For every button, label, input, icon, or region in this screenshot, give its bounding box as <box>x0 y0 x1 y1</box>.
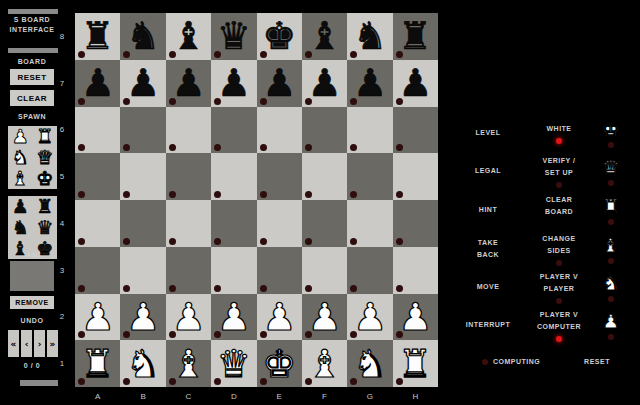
sensor-dot <box>305 238 312 245</box>
file-label-a: A <box>75 390 120 402</box>
panel-piece-button-rook[interactable]: ♜ <box>592 189 630 231</box>
sensor-dot <box>396 98 403 105</box>
square-e7[interactable]: ♟ <box>257 60 302 107</box>
square-a8[interactable]: ♜ <box>75 13 120 60</box>
piece-white-bishop[interactable]: ♝ <box>171 345 205 383</box>
sensor-dot <box>78 98 85 105</box>
piece-white-king[interactable]: ♚ <box>602 119 620 139</box>
file-label-b: B <box>120 390 165 402</box>
spawn-white-pawn[interactable]: ♟ <box>8 126 33 147</box>
sensor-dot <box>78 191 85 198</box>
panel-label-hint: HINT <box>450 189 526 231</box>
sensor-dot <box>396 331 403 338</box>
computing-indicator: COMPUTING <box>482 358 540 365</box>
piece-white-queen[interactable]: ♛ <box>36 148 53 167</box>
piece-black-knight[interactable]: ♞ <box>12 218 29 237</box>
square-d4[interactable] <box>211 200 256 247</box>
sensor-dot <box>260 378 267 385</box>
piece-black-pawn[interactable]: ♟ <box>171 64 205 102</box>
square-g4[interactable] <box>347 200 392 247</box>
square-b5[interactable] <box>120 153 165 200</box>
square-f6[interactable] <box>302 107 347 154</box>
piece-white-rook[interactable]: ♜ <box>398 345 432 383</box>
remove-button[interactable]: REMOVE <box>10 296 54 309</box>
rank-label-4: 4 <box>54 200 70 247</box>
piece-black-rook[interactable]: ♜ <box>36 197 53 216</box>
piece-white-king[interactable]: ♚ <box>262 345 296 383</box>
square-b4[interactable] <box>120 200 165 247</box>
rank-label-7: 7 <box>54 60 70 107</box>
piece-black-bishop[interactable]: ♝ <box>171 17 205 55</box>
square-f2[interactable]: ♟ <box>302 294 347 341</box>
square-h1[interactable]: ♜ <box>393 340 438 387</box>
sidebar-title-line1: S BOARD <box>6 16 58 23</box>
piece-black-rook[interactable]: ♜ <box>81 17 115 55</box>
sensor-dot <box>350 144 357 151</box>
piece-led <box>608 258 614 264</box>
spawn-white-bishop[interactable]: ♝ <box>8 168 33 189</box>
sensor-dot <box>169 51 176 58</box>
piece-black-pawn[interactable]: ♟ <box>353 64 387 102</box>
square-e5[interactable] <box>257 153 302 200</box>
sensor-dot <box>169 238 176 245</box>
sensor-dot <box>350 191 357 198</box>
square-f8[interactable]: ♝ <box>302 13 347 60</box>
piece-black-king[interactable]: ♚ <box>36 239 53 258</box>
sensor-dot <box>396 191 403 198</box>
square-c7[interactable]: ♟ <box>166 60 211 107</box>
panel-function-verify-set-up[interactable]: VERIFY /SET UP <box>526 150 592 192</box>
piece-black-pawn[interactable]: ♟ <box>126 64 160 102</box>
divider-bar-top <box>8 9 58 14</box>
panel-label-take-back: TAKEBACK <box>450 228 526 270</box>
square-d7[interactable]: ♟ <box>211 60 256 107</box>
piece-white-pawn[interactable]: ♟ <box>308 298 342 336</box>
panel-piece-button-pawn[interactable]: ♟ <box>592 304 630 346</box>
undo-first-button[interactable]: « <box>8 330 19 357</box>
square-a3[interactable] <box>75 247 120 294</box>
piece-black-king[interactable]: ♚ <box>262 17 296 55</box>
square-g6[interactable] <box>347 107 392 154</box>
piece-black-knight[interactable]: ♞ <box>353 17 387 55</box>
panel-piece-button-bishop[interactable]: ♝ <box>592 228 630 270</box>
piece-white-king[interactable]: ♚ <box>36 169 53 188</box>
piece-black-pawn[interactable]: ♟ <box>12 197 29 216</box>
rank-label-3: 3 <box>54 247 70 294</box>
panel-row-level: LEVELWHITE♚ <box>450 112 630 154</box>
spawn-black-tray: ♟♜♞♛♝♚ <box>8 196 57 259</box>
sensor-dot <box>305 51 312 58</box>
sensor-dot <box>169 144 176 151</box>
sensor-dot <box>396 238 403 245</box>
panel-piece-button-knight[interactable]: ♞ <box>592 266 630 308</box>
panel-reset-button[interactable]: RESET <box>574 358 620 365</box>
square-g5[interactable] <box>347 153 392 200</box>
undo-counter: 0 / 0 <box>6 362 58 369</box>
piece-black-pawn[interactable]: ♟ <box>262 64 296 102</box>
square-d6[interactable] <box>211 107 256 154</box>
square-a5[interactable] <box>75 153 120 200</box>
sensor-dot <box>123 191 130 198</box>
piece-led <box>608 296 614 302</box>
piece-white-rook[interactable]: ♜ <box>36 127 53 146</box>
sensor-dot <box>350 238 357 245</box>
square-a4[interactable] <box>75 200 120 247</box>
square-e6[interactable] <box>257 107 302 154</box>
rank-label-6: 6 <box>54 107 70 154</box>
square-d5[interactable] <box>211 153 256 200</box>
sensor-dot <box>214 144 221 151</box>
panel-row-move: MOVEPLAYER VPLAYER♞ <box>450 266 630 308</box>
piece-white-pawn[interactable]: ♟ <box>12 127 29 146</box>
board-clear-button[interactable]: CLEAR <box>10 90 54 106</box>
function-led <box>556 138 562 144</box>
sensor-dot <box>396 144 403 151</box>
sensor-dot <box>214 191 221 198</box>
square-e4[interactable] <box>257 200 302 247</box>
sensor-dot <box>169 98 176 105</box>
undo-back-button[interactable]: ‹ <box>21 330 32 357</box>
panel-function-white[interactable]: WHITE <box>526 112 592 154</box>
sensor-dot <box>214 285 221 292</box>
piece-black-pawn[interactable]: ♟ <box>217 64 251 102</box>
piece-black-pawn[interactable]: ♟ <box>308 64 342 102</box>
square-g3[interactable] <box>347 247 392 294</box>
undo-section-label: UNDO <box>6 317 58 324</box>
piece-white-bishop[interactable]: ♝ <box>602 235 620 255</box>
square-a2[interactable]: ♟ <box>75 294 120 341</box>
file-label-c: C <box>166 390 211 402</box>
piece-black-pawn[interactable]: ♟ <box>81 64 115 102</box>
piece-white-bishop[interactable]: ♝ <box>308 345 342 383</box>
panel-function-player-v-computer[interactable]: PLAYER VCOMPUTER <box>526 304 592 346</box>
piece-white-pawn[interactable]: ♟ <box>217 298 251 336</box>
square-b2[interactable]: ♟ <box>120 294 165 341</box>
square-b8[interactable]: ♞ <box>120 13 165 60</box>
square-e1[interactable]: ♚ <box>257 340 302 387</box>
square-h5[interactable] <box>393 153 438 200</box>
function-led <box>556 260 562 266</box>
sensor-dot <box>123 285 130 292</box>
square-b6[interactable] <box>120 107 165 154</box>
piece-led <box>608 142 614 148</box>
sensor-dot <box>169 331 176 338</box>
spawn-white-knight[interactable]: ♞ <box>8 147 33 168</box>
square-f5[interactable] <box>302 153 347 200</box>
square-c8[interactable]: ♝ <box>166 13 211 60</box>
computing-led <box>482 359 488 365</box>
square-d3[interactable] <box>211 247 256 294</box>
piece-white-pawn[interactable]: ♟ <box>353 298 387 336</box>
sensor-dot <box>260 331 267 338</box>
rank-label-5: 5 <box>54 153 70 200</box>
sensor-dot <box>350 51 357 58</box>
hand-box[interactable] <box>10 261 54 291</box>
piece-white-pawn[interactable]: ♟ <box>262 298 296 336</box>
file-labels: ABCDEFGH <box>75 390 438 402</box>
sidebar-title-line2: INTERFACE <box>6 26 58 33</box>
sensor-dot <box>78 238 85 245</box>
square-f1[interactable]: ♝ <box>302 340 347 387</box>
sensor-dot <box>260 98 267 105</box>
computing-label: COMPUTING <box>493 358 540 365</box>
square-h3[interactable] <box>393 247 438 294</box>
square-h7[interactable]: ♟ <box>393 60 438 107</box>
spawn-section-label: SPAWN <box>6 113 58 120</box>
square-c4[interactable] <box>166 200 211 247</box>
panel-function-player-v-player[interactable]: PLAYER VPLAYER <box>526 266 592 308</box>
undo-forward-button[interactable]: › <box>34 330 45 357</box>
sensor-dot <box>396 51 403 58</box>
chess-computer-ui: S BOARD INTERFACE BOARD RESET CLEAR SPAW… <box>0 0 640 405</box>
piece-white-pawn[interactable]: ♟ <box>171 298 205 336</box>
sensor-dot <box>305 285 312 292</box>
sensor-dot <box>78 51 85 58</box>
piece-white-bishop[interactable]: ♝ <box>12 169 29 188</box>
square-a7[interactable]: ♟ <box>75 60 120 107</box>
sensor-dot <box>260 285 267 292</box>
piece-white-knight[interactable]: ♞ <box>12 148 29 167</box>
square-d1[interactable]: ♛ <box>211 340 256 387</box>
divider-bar-title <box>8 48 58 53</box>
square-a1[interactable]: ♜ <box>75 340 120 387</box>
square-g8[interactable]: ♞ <box>347 13 392 60</box>
piece-white-knight[interactable]: ♞ <box>353 345 387 383</box>
square-c6[interactable] <box>166 107 211 154</box>
panel-piece-button-queen[interactable]: ♛ <box>592 150 630 192</box>
panel-row-legal: LEGALVERIFY /SET UP♛ <box>450 150 630 192</box>
piece-white-rook[interactable]: ♜ <box>81 345 115 383</box>
board-reset-button[interactable]: RESET <box>10 69 54 85</box>
sensor-dot <box>169 191 176 198</box>
piece-black-pawn[interactable]: ♟ <box>398 64 432 102</box>
panel-label-move: MOVE <box>450 266 526 308</box>
rank-label-8: 8 <box>54 13 70 60</box>
square-e3[interactable] <box>257 247 302 294</box>
file-label-d: D <box>211 390 256 402</box>
sensor-dot <box>78 285 85 292</box>
piece-black-bishop[interactable]: ♝ <box>308 17 342 55</box>
square-g2[interactable]: ♟ <box>347 294 392 341</box>
sensor-dot <box>350 98 357 105</box>
square-c2[interactable]: ♟ <box>166 294 211 341</box>
board-section-label: BOARD <box>6 58 58 65</box>
piece-white-pawn[interactable]: ♟ <box>81 298 115 336</box>
piece-black-queen[interactable]: ♛ <box>36 218 53 237</box>
square-g1[interactable]: ♞ <box>347 340 392 387</box>
sensor-dot <box>169 378 176 385</box>
function-led <box>556 182 562 188</box>
rank-label-2: 2 <box>54 294 70 341</box>
square-e2[interactable]: ♟ <box>257 294 302 341</box>
file-label-h: H <box>393 390 438 402</box>
piece-led <box>608 334 614 340</box>
sensor-dot <box>396 378 403 385</box>
square-h2[interactable]: ♟ <box>393 294 438 341</box>
square-e8[interactable]: ♚ <box>257 13 302 60</box>
square-f3[interactable] <box>302 247 347 294</box>
piece-white-pawn[interactable]: ♟ <box>602 311 620 331</box>
panel-label-interrupt: INTERRUPT <box>450 304 526 346</box>
square-h6[interactable] <box>393 107 438 154</box>
square-b3[interactable] <box>120 247 165 294</box>
function-led <box>556 298 562 304</box>
piece-led <box>608 180 614 186</box>
panel-label-legal: LEGAL <box>450 150 526 192</box>
sensor-dot <box>260 191 267 198</box>
square-f7[interactable]: ♟ <box>302 60 347 107</box>
square-c1[interactable]: ♝ <box>166 340 211 387</box>
function-led <box>556 336 562 342</box>
sensor-dot <box>123 238 130 245</box>
sensor-dot <box>305 144 312 151</box>
undo-controls: «‹›» <box>8 330 58 357</box>
spawn-black-pawn[interactable]: ♟ <box>8 196 33 217</box>
sensor-dot <box>350 285 357 292</box>
piece-white-pawn[interactable]: ♟ <box>126 298 160 336</box>
piece-led <box>608 219 614 225</box>
sensor-dot <box>305 378 312 385</box>
piece-black-bishop[interactable]: ♝ <box>12 239 29 258</box>
piece-black-queen[interactable]: ♛ <box>217 17 251 55</box>
sensor-dot <box>260 51 267 58</box>
sensor-dot <box>305 98 312 105</box>
square-a6[interactable] <box>75 107 120 154</box>
piece-white-pawn[interactable]: ♟ <box>398 298 432 336</box>
panel-function-clear-board[interactable]: CLEARBOARD <box>526 189 592 231</box>
piece-white-knight[interactable]: ♞ <box>126 345 160 383</box>
chess-board: ♜♞♝♛♚♝♞♜♟♟♟♟♟♟♟♟♟♟♟♟♟♟♟♟♜♞♝♛♚♝♞♜ <box>75 13 438 387</box>
sensor-dot <box>260 144 267 151</box>
sensor-dot <box>396 285 403 292</box>
square-b7[interactable]: ♟ <box>120 60 165 107</box>
piece-black-knight[interactable]: ♞ <box>126 17 160 55</box>
panel-row-interrupt: INTERRUPTPLAYER VCOMPUTER♟ <box>450 304 630 346</box>
square-h4[interactable] <box>393 200 438 247</box>
piece-white-knight[interactable]: ♞ <box>602 273 620 293</box>
panel-function-change-sides[interactable]: CHANGESIDES <box>526 228 592 270</box>
rank-labels: 87654321 <box>54 13 70 387</box>
file-label-f: F <box>302 390 347 402</box>
panel-label-level: LEVEL <box>450 112 526 154</box>
square-g7[interactable]: ♟ <box>347 60 392 107</box>
divider-bar-bottom <box>20 380 58 386</box>
piece-black-rook[interactable]: ♜ <box>398 17 432 55</box>
square-c5[interactable] <box>166 153 211 200</box>
sensor-dot <box>214 238 221 245</box>
sensor-dot <box>169 285 176 292</box>
sensor-dot <box>123 144 130 151</box>
square-b1[interactable]: ♞ <box>120 340 165 387</box>
file-label-e: E <box>257 390 302 402</box>
square-d2[interactable]: ♟ <box>211 294 256 341</box>
square-d8[interactable]: ♛ <box>211 13 256 60</box>
sensor-dot <box>78 144 85 151</box>
sensor-dot <box>214 98 221 105</box>
piece-white-queen[interactable]: ♛ <box>602 157 620 177</box>
spawn-white-tray: ♟♜♞♛♝♚ <box>8 126 57 189</box>
sensor-dot <box>78 378 85 385</box>
sensor-dot <box>214 51 221 58</box>
sensor-dot <box>305 191 312 198</box>
square-f4[interactable] <box>302 200 347 247</box>
piece-white-queen[interactable]: ♛ <box>217 345 251 383</box>
sensor-dot <box>123 98 130 105</box>
square-h8[interactable]: ♜ <box>393 13 438 60</box>
square-c3[interactable] <box>166 247 211 294</box>
rank-label-1: 1 <box>54 340 70 387</box>
sensor-dot <box>260 238 267 245</box>
panel-row-take-back: TAKEBACKCHANGESIDES♝ <box>450 228 630 270</box>
panel-piece-button-king[interactable]: ♚ <box>592 112 630 154</box>
spawn-black-knight[interactable]: ♞ <box>8 217 33 238</box>
piece-white-rook[interactable]: ♜ <box>602 196 620 216</box>
panel-row-hint: HINTCLEARBOARD♜ <box>450 189 630 231</box>
file-label-g: G <box>347 390 392 402</box>
